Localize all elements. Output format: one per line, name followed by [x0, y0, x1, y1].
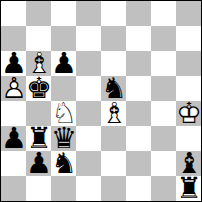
- white-piece-fill: ♞: [51, 101, 76, 126]
- square-g6[interactable]: [151, 51, 176, 76]
- square-d7[interactable]: [76, 26, 101, 51]
- square-b1[interactable]: [26, 176, 51, 201]
- chessboard: ♟♝♗♟♟♙♚♞♞♘♝♗♚♔♟♜♛♟♞♝♜: [0, 0, 202, 202]
- square-c5[interactable]: [51, 76, 76, 101]
- square-e7[interactable]: [101, 26, 126, 51]
- square-d6[interactable]: [76, 51, 101, 76]
- square-g1[interactable]: [151, 176, 176, 201]
- white-bishop: ♝♗: [101, 101, 126, 126]
- square-c8[interactable]: [51, 1, 76, 26]
- square-c3[interactable]: ♛: [51, 126, 76, 151]
- black-piece-glyph: ♚: [26, 76, 51, 101]
- black-piece-glyph: ♜: [26, 126, 51, 151]
- square-a1[interactable]: [1, 176, 26, 201]
- white-piece-outline: ♗: [26, 51, 51, 76]
- square-a5[interactable]: ♟♙: [1, 76, 26, 101]
- square-b8[interactable]: [26, 1, 51, 26]
- square-f7[interactable]: [126, 26, 151, 51]
- black-pawn: ♟: [1, 51, 26, 76]
- square-b6[interactable]: ♝♗: [26, 51, 51, 76]
- black-pawn: ♟: [1, 126, 26, 151]
- square-d5[interactable]: [76, 76, 101, 101]
- square-c4[interactable]: ♞♘: [51, 101, 76, 126]
- white-bishop: ♝♗: [26, 51, 51, 76]
- square-g3[interactable]: [151, 126, 176, 151]
- white-king: ♚♔: [176, 101, 201, 126]
- square-d2[interactable]: [76, 151, 101, 176]
- square-h7[interactable]: [176, 26, 201, 51]
- white-piece-outline: ♘: [51, 101, 76, 126]
- black-piece-glyph: ♞: [51, 151, 76, 176]
- square-f6[interactable]: [126, 51, 151, 76]
- white-knight: ♞♘: [51, 101, 76, 126]
- square-b5[interactable]: ♚: [26, 76, 51, 101]
- square-h6[interactable]: [176, 51, 201, 76]
- square-c7[interactable]: [51, 26, 76, 51]
- square-h5[interactable]: [176, 76, 201, 101]
- white-piece-fill: ♝: [26, 51, 51, 76]
- square-a2[interactable]: [1, 151, 26, 176]
- black-piece-glyph: ♛: [51, 126, 76, 151]
- black-pawn: ♟: [51, 51, 76, 76]
- square-b7[interactable]: [26, 26, 51, 51]
- square-d4[interactable]: [76, 101, 101, 126]
- black-piece-glyph: ♟: [51, 51, 76, 76]
- square-a6[interactable]: ♟: [1, 51, 26, 76]
- square-d8[interactable]: [76, 1, 101, 26]
- square-f3[interactable]: [126, 126, 151, 151]
- square-a8[interactable]: [1, 1, 26, 26]
- black-knight: ♞: [101, 76, 126, 101]
- black-piece-glyph: ♝: [176, 151, 201, 176]
- square-b4[interactable]: [26, 101, 51, 126]
- square-c6[interactable]: ♟: [51, 51, 76, 76]
- square-e1[interactable]: [101, 176, 126, 201]
- square-e6[interactable]: [101, 51, 126, 76]
- square-f1[interactable]: [126, 176, 151, 201]
- white-piece-outline: ♔: [176, 101, 201, 126]
- white-piece-outline: ♙: [1, 76, 26, 101]
- square-f4[interactable]: [126, 101, 151, 126]
- square-g7[interactable]: [151, 26, 176, 51]
- black-king: ♚: [26, 76, 51, 101]
- black-rook: ♜: [176, 176, 201, 201]
- square-e4[interactable]: ♝♗: [101, 101, 126, 126]
- square-h2[interactable]: ♝: [176, 151, 201, 176]
- black-piece-glyph: ♟: [26, 151, 51, 176]
- black-bishop: ♝: [176, 151, 201, 176]
- black-piece-glyph: ♞: [101, 76, 126, 101]
- square-e8[interactable]: [101, 1, 126, 26]
- square-h3[interactable]: [176, 126, 201, 151]
- square-e2[interactable]: [101, 151, 126, 176]
- square-a4[interactable]: [1, 101, 26, 126]
- square-f8[interactable]: [126, 1, 151, 26]
- black-knight: ♞: [51, 151, 76, 176]
- black-queen: ♛: [51, 126, 76, 151]
- square-b2[interactable]: ♟: [26, 151, 51, 176]
- white-pawn: ♟♙: [1, 76, 26, 101]
- square-a7[interactable]: [1, 26, 26, 51]
- square-g8[interactable]: [151, 1, 176, 26]
- square-e3[interactable]: [101, 126, 126, 151]
- square-e5[interactable]: ♞: [101, 76, 126, 101]
- square-h1[interactable]: ♜: [176, 176, 201, 201]
- square-g5[interactable]: [151, 76, 176, 101]
- square-h8[interactable]: [176, 1, 201, 26]
- black-piece-glyph: ♟: [1, 51, 26, 76]
- square-g4[interactable]: [151, 101, 176, 126]
- white-piece-outline: ♗: [101, 101, 126, 126]
- black-rook: ♜: [26, 126, 51, 151]
- white-piece-fill: ♚: [176, 101, 201, 126]
- square-d1[interactable]: [76, 176, 101, 201]
- square-b3[interactable]: ♜: [26, 126, 51, 151]
- square-g2[interactable]: [151, 151, 176, 176]
- white-piece-fill: ♟: [1, 76, 26, 101]
- black-piece-glyph: ♜: [176, 176, 201, 201]
- square-c2[interactable]: ♞: [51, 151, 76, 176]
- square-h4[interactable]: ♚♔: [176, 101, 201, 126]
- black-pawn: ♟: [26, 151, 51, 176]
- square-d3[interactable]: [76, 126, 101, 151]
- square-a3[interactable]: ♟: [1, 126, 26, 151]
- square-c1[interactable]: [51, 176, 76, 201]
- square-f2[interactable]: [126, 151, 151, 176]
- square-f5[interactable]: [126, 76, 151, 101]
- black-piece-glyph: ♟: [1, 126, 26, 151]
- white-piece-fill: ♝: [101, 101, 126, 126]
